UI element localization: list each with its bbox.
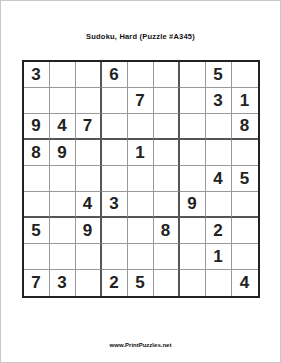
sudoku-cell[interactable] — [128, 62, 154, 88]
sudoku-cell[interactable] — [206, 192, 232, 218]
sudoku-cell[interactable] — [50, 88, 76, 114]
sudoku-page: Sudoku, Hard (Puzzle #A345) 365731947889… — [0, 0, 281, 363]
sudoku-cell[interactable] — [232, 244, 258, 270]
sudoku-cell[interactable] — [76, 244, 102, 270]
sudoku-cell: 5 — [206, 62, 232, 88]
sudoku-cell: 1 — [128, 140, 154, 166]
sudoku-cell[interactable] — [206, 114, 232, 140]
sudoku-cell[interactable] — [102, 218, 128, 244]
sudoku-cell[interactable] — [180, 114, 206, 140]
sudoku-cell[interactable] — [76, 166, 102, 192]
sudoku-cell[interactable] — [154, 88, 180, 114]
sudoku-cell[interactable] — [154, 244, 180, 270]
sudoku-cell: 1 — [206, 244, 232, 270]
sudoku-cell[interactable] — [50, 244, 76, 270]
sudoku-cell[interactable] — [102, 244, 128, 270]
sudoku-cell[interactable] — [102, 88, 128, 114]
sudoku-cell[interactable] — [102, 140, 128, 166]
sudoku-cell[interactable] — [180, 270, 206, 296]
sudoku-cell[interactable] — [128, 166, 154, 192]
sudoku-cell[interactable] — [24, 244, 50, 270]
sudoku-cell: 5 — [128, 270, 154, 296]
sudoku-cell: 4 — [76, 192, 102, 218]
sudoku-cell[interactable] — [76, 270, 102, 296]
sudoku-cell: 3 — [102, 192, 128, 218]
sudoku-cell[interactable] — [50, 62, 76, 88]
sudoku-cell[interactable] — [206, 270, 232, 296]
sudoku-cell[interactable] — [128, 218, 154, 244]
footer-url: www.PrintPuzzles.net — [1, 342, 280, 348]
sudoku-cell: 9 — [76, 218, 102, 244]
sudoku-cell[interactable] — [180, 244, 206, 270]
sudoku-cell[interactable] — [50, 166, 76, 192]
sudoku-cell: 8 — [154, 218, 180, 244]
sudoku-cell: 3 — [206, 88, 232, 114]
sudoku-cell[interactable] — [24, 88, 50, 114]
sudoku-cell: 8 — [24, 140, 50, 166]
sudoku-cell[interactable] — [76, 62, 102, 88]
sudoku-cell[interactable] — [154, 270, 180, 296]
sudoku-cell[interactable] — [24, 166, 50, 192]
sudoku-cell[interactable] — [232, 192, 258, 218]
sudoku-cell: 5 — [232, 166, 258, 192]
sudoku-cell[interactable] — [128, 192, 154, 218]
sudoku-cell: 2 — [206, 218, 232, 244]
sudoku-cell: 9 — [180, 192, 206, 218]
sudoku-board: 3657319478891454395982173254 — [22, 60, 260, 298]
sudoku-cell[interactable] — [76, 88, 102, 114]
sudoku-cell: 4 — [232, 270, 258, 296]
sudoku-cell: 1 — [232, 88, 258, 114]
sudoku-cell[interactable] — [128, 244, 154, 270]
sudoku-cell[interactable] — [180, 62, 206, 88]
sudoku-cell[interactable] — [154, 140, 180, 166]
sudoku-cell: 4 — [50, 114, 76, 140]
sudoku-cell: 8 — [232, 114, 258, 140]
sudoku-cell[interactable] — [128, 114, 154, 140]
sudoku-cell[interactable] — [76, 140, 102, 166]
sudoku-cell: 3 — [50, 270, 76, 296]
sudoku-cell[interactable] — [154, 192, 180, 218]
sudoku-cell[interactable] — [180, 218, 206, 244]
sudoku-cell[interactable] — [232, 218, 258, 244]
sudoku-cell[interactable] — [154, 114, 180, 140]
sudoku-cell: 6 — [102, 62, 128, 88]
sudoku-cell[interactable] — [180, 166, 206, 192]
sudoku-cell: 3 — [24, 62, 50, 88]
sudoku-cell: 4 — [206, 166, 232, 192]
sudoku-cell[interactable] — [154, 166, 180, 192]
sudoku-cell: 9 — [24, 114, 50, 140]
sudoku-cell: 7 — [128, 88, 154, 114]
sudoku-cell: 7 — [76, 114, 102, 140]
sudoku-cell[interactable] — [232, 62, 258, 88]
sudoku-cell[interactable] — [50, 218, 76, 244]
sudoku-cell: 9 — [50, 140, 76, 166]
sudoku-cell[interactable] — [206, 140, 232, 166]
sudoku-cell[interactable] — [102, 114, 128, 140]
sudoku-cell[interactable] — [154, 62, 180, 88]
sudoku-cell: 5 — [24, 218, 50, 244]
sudoku-cell[interactable] — [24, 192, 50, 218]
sudoku-cell: 7 — [24, 270, 50, 296]
sudoku-cell[interactable] — [102, 166, 128, 192]
page-title: Sudoku, Hard (Puzzle #A345) — [1, 32, 280, 41]
sudoku-cell: 2 — [102, 270, 128, 296]
sudoku-cell[interactable] — [180, 140, 206, 166]
sudoku-cell[interactable] — [50, 192, 76, 218]
sudoku-cell[interactable] — [232, 140, 258, 166]
sudoku-cell[interactable] — [180, 88, 206, 114]
